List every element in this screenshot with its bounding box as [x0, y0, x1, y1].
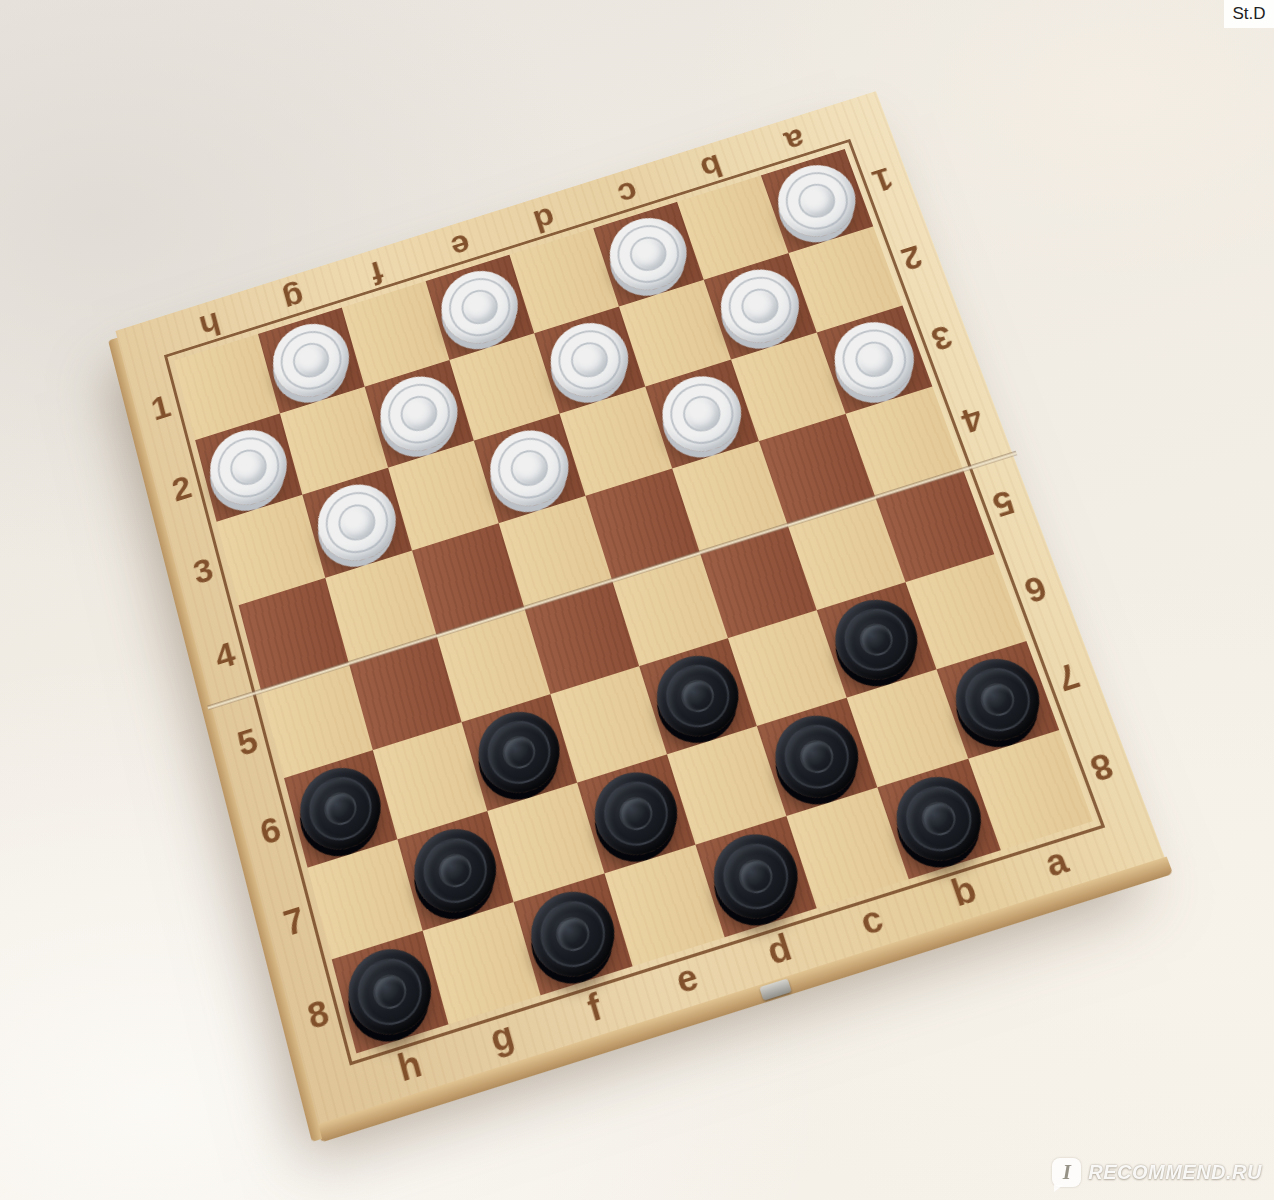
photo-background: hgfedcba hgfedcba 12345678 12345678 St.D… [0, 0, 1274, 1200]
checkers-board: hgfedcba hgfedcba 12345678 12345678 [115, 91, 1164, 1124]
black-checker-h8[interactable] [339, 938, 442, 1046]
black-checker-f8[interactable] [521, 881, 626, 988]
recommend-watermark-text: RECOMMEND.RU [1088, 1161, 1262, 1184]
black-checker-g7[interactable] [404, 818, 506, 923]
recommend-watermark: I RECOMMEND.RU [1052, 1155, 1262, 1189]
photographer-watermark: St.D [1224, 0, 1274, 28]
black-checker-e7[interactable] [584, 761, 688, 866]
speech-bubble-i-icon: I [1052, 1158, 1081, 1187]
